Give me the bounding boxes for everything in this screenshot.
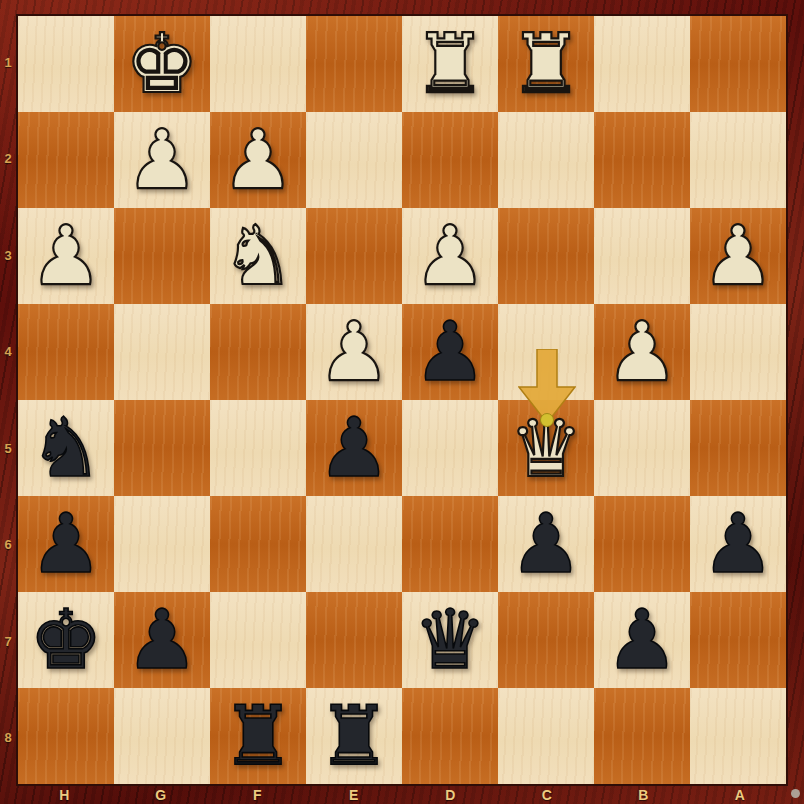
white-pawn[interactable]: ♟ <box>413 215 487 297</box>
square-b1[interactable] <box>594 16 690 112</box>
white-pawn[interactable]: ♟ <box>29 215 103 297</box>
square-g6[interactable] <box>114 496 210 592</box>
square-f3[interactable]: ♞ <box>210 208 306 304</box>
move-arrow-shape <box>519 349 575 423</box>
square-g1[interactable]: ♚ <box>114 16 210 112</box>
black-rook[interactable]: ♜ <box>221 695 295 777</box>
square-e7[interactable] <box>306 592 402 688</box>
black-king[interactable]: ♚ <box>29 599 103 681</box>
file-labels: HGFEDCBA <box>16 786 788 804</box>
white-pawn[interactable]: ♟ <box>701 215 775 297</box>
rank-label-4: 4 <box>0 304 16 401</box>
square-c1[interactable]: ♜ <box>498 16 594 112</box>
white-rook[interactable]: ♜ <box>413 23 487 105</box>
rank-label-2: 2 <box>0 111 16 208</box>
square-g4[interactable] <box>114 304 210 400</box>
square-g3[interactable] <box>114 208 210 304</box>
square-e5[interactable]: ♟ <box>306 400 402 496</box>
file-label-h: H <box>16 786 113 804</box>
rank-label-3: 3 <box>0 207 16 304</box>
square-a6[interactable]: ♟ <box>690 496 786 592</box>
square-e1[interactable] <box>306 16 402 112</box>
square-d8[interactable] <box>402 688 498 784</box>
white-pawn[interactable]: ♟ <box>605 311 679 393</box>
square-d6[interactable] <box>402 496 498 592</box>
white-rook[interactable]: ♜ <box>509 23 583 105</box>
white-king[interactable]: ♚ <box>125 23 199 105</box>
square-h4[interactable] <box>18 304 114 400</box>
black-pawn[interactable]: ♟ <box>701 503 775 585</box>
black-pawn[interactable]: ♟ <box>605 599 679 681</box>
square-f8[interactable]: ♜ <box>210 688 306 784</box>
white-pawn[interactable]: ♟ <box>317 311 391 393</box>
square-e4[interactable]: ♟ <box>306 304 402 400</box>
square-b2[interactable] <box>594 112 690 208</box>
square-e8[interactable]: ♜ <box>306 688 402 784</box>
black-pawn[interactable]: ♟ <box>413 311 487 393</box>
file-label-c: C <box>499 786 596 804</box>
square-b6[interactable] <box>594 496 690 592</box>
square-f5[interactable] <box>210 400 306 496</box>
square-f1[interactable] <box>210 16 306 112</box>
file-label-e: E <box>306 786 403 804</box>
black-queen[interactable]: ♛ <box>413 599 487 681</box>
square-a7[interactable] <box>690 592 786 688</box>
square-h6[interactable]: ♟ <box>18 496 114 592</box>
rank-label-6: 6 <box>0 497 16 594</box>
rank-label-7: 7 <box>0 593 16 690</box>
square-h3[interactable]: ♟ <box>18 208 114 304</box>
square-b4[interactable]: ♟ <box>594 304 690 400</box>
black-pawn[interactable]: ♟ <box>29 503 103 585</box>
square-c8[interactable] <box>498 688 594 784</box>
file-label-a: A <box>692 786 789 804</box>
square-h8[interactable] <box>18 688 114 784</box>
square-h5[interactable]: ♞ <box>18 400 114 496</box>
rank-labels: 12345678 <box>0 14 16 786</box>
square-b5[interactable] <box>594 400 690 496</box>
square-d5[interactable] <box>402 400 498 496</box>
square-c3[interactable] <box>498 208 594 304</box>
square-f6[interactable] <box>210 496 306 592</box>
square-g2[interactable]: ♟ <box>114 112 210 208</box>
square-b3[interactable] <box>594 208 690 304</box>
rank-label-1: 1 <box>0 14 16 111</box>
white-knight[interactable]: ♞ <box>221 215 295 297</box>
move-arrow <box>518 349 576 431</box>
black-pawn[interactable]: ♟ <box>125 599 199 681</box>
black-pawn[interactable]: ♟ <box>317 407 391 489</box>
square-a3[interactable]: ♟ <box>690 208 786 304</box>
square-e2[interactable] <box>306 112 402 208</box>
square-c6[interactable]: ♟ <box>498 496 594 592</box>
rank-label-5: 5 <box>0 400 16 497</box>
square-d7[interactable]: ♛ <box>402 592 498 688</box>
file-label-f: F <box>209 786 306 804</box>
square-b8[interactable] <box>594 688 690 784</box>
black-rook[interactable]: ♜ <box>317 695 391 777</box>
square-a8[interactable] <box>690 688 786 784</box>
square-a4[interactable] <box>690 304 786 400</box>
square-e3[interactable] <box>306 208 402 304</box>
white-pawn[interactable]: ♟ <box>125 119 199 201</box>
square-g7[interactable]: ♟ <box>114 592 210 688</box>
rank-label-8: 8 <box>0 690 16 787</box>
square-f4[interactable] <box>210 304 306 400</box>
square-d2[interactable] <box>402 112 498 208</box>
square-g5[interactable] <box>114 400 210 496</box>
square-f2[interactable]: ♟ <box>210 112 306 208</box>
square-c2[interactable] <box>498 112 594 208</box>
chess-board: ♚♜♜♟♟♟♞♟♟♟♟♟♞♟♛♟♟♟♚♟♛♟♜♜ <box>16 14 788 786</box>
file-label-d: D <box>402 786 499 804</box>
square-g8[interactable] <box>114 688 210 784</box>
square-h1[interactable] <box>18 16 114 112</box>
black-pawn[interactable]: ♟ <box>509 503 583 585</box>
square-f7[interactable] <box>210 592 306 688</box>
square-h2[interactable] <box>18 112 114 208</box>
square-a5[interactable] <box>690 400 786 496</box>
square-a1[interactable] <box>690 16 786 112</box>
corner-dot <box>791 789 800 798</box>
chess-diagram: ♚♜♜♟♟♟♞♟♟♟♟♟♞♟♛♟♟♟♚♟♛♟♜♜ 12345678 HGFEDC… <box>0 0 804 804</box>
square-d4[interactable]: ♟ <box>402 304 498 400</box>
square-h7[interactable]: ♚ <box>18 592 114 688</box>
file-label-b: B <box>595 786 692 804</box>
black-knight[interactable]: ♞ <box>29 407 103 489</box>
square-b7[interactable]: ♟ <box>594 592 690 688</box>
square-a2[interactable] <box>690 112 786 208</box>
move-arrow-tip-dot <box>541 414 554 427</box>
square-c7[interactable] <box>498 592 594 688</box>
white-pawn[interactable]: ♟ <box>221 119 295 201</box>
square-e6[interactable] <box>306 496 402 592</box>
square-d1[interactable]: ♜ <box>402 16 498 112</box>
square-d3[interactable]: ♟ <box>402 208 498 304</box>
file-label-g: G <box>113 786 210 804</box>
